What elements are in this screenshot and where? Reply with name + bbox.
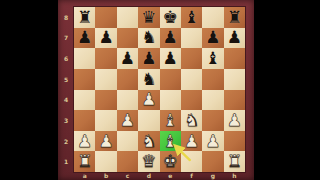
rank-label-3: 3 bbox=[58, 110, 74, 131]
white-bishop-e2[interactable]: ♝ bbox=[163, 132, 178, 149]
square-h8[interactable]: ♜ bbox=[224, 7, 245, 28]
square-f2[interactable]: ♟ bbox=[181, 131, 202, 152]
square-f7[interactable] bbox=[181, 28, 202, 49]
black-knight-d7[interactable]: ♞ bbox=[141, 29, 156, 46]
square-c6[interactable]: ♟ bbox=[117, 48, 138, 69]
file-label-a: a bbox=[74, 171, 95, 180]
square-h6[interactable] bbox=[224, 48, 245, 69]
file-label-d: d bbox=[138, 171, 159, 180]
square-a4[interactable] bbox=[74, 90, 95, 111]
square-g6[interactable]: ♝ bbox=[202, 48, 223, 69]
square-d6[interactable]: ♟ bbox=[138, 48, 159, 69]
file-label-f: f bbox=[181, 171, 202, 180]
black-queen-d8[interactable]: ♛ bbox=[141, 8, 156, 25]
chess-board: 87654321 abcdefgh ♜♛♚♝♜♟♟♞♟♟♟♟♟♟♝♞♟♟♝♞♟♟… bbox=[58, 0, 254, 180]
square-a7[interactable]: ♟ bbox=[74, 28, 95, 49]
white-knight-f3[interactable]: ♞ bbox=[184, 111, 199, 128]
black-pawn-d6[interactable]: ♟ bbox=[141, 50, 156, 67]
square-e2[interactable]: ♝ bbox=[160, 131, 181, 152]
square-b1[interactable] bbox=[95, 151, 116, 172]
square-g8[interactable] bbox=[202, 7, 223, 28]
square-g2[interactable]: ♟ bbox=[202, 131, 223, 152]
black-pawn-c6[interactable]: ♟ bbox=[120, 50, 135, 67]
square-c1[interactable] bbox=[117, 151, 138, 172]
file-label-c: c bbox=[117, 171, 138, 180]
square-c8[interactable] bbox=[117, 7, 138, 28]
square-d8[interactable]: ♛ bbox=[138, 7, 159, 28]
square-e8[interactable]: ♚ bbox=[160, 7, 181, 28]
black-pawn-e6[interactable]: ♟ bbox=[163, 50, 178, 67]
square-b8[interactable] bbox=[95, 7, 116, 28]
white-knight-d2[interactable]: ♞ bbox=[141, 132, 156, 149]
square-h1[interactable]: ♜ bbox=[224, 151, 245, 172]
square-a6[interactable] bbox=[74, 48, 95, 69]
square-c2[interactable] bbox=[117, 131, 138, 152]
white-pawn-h3[interactable]: ♟ bbox=[227, 111, 242, 128]
square-h5[interactable] bbox=[224, 69, 245, 90]
file-label-e: e bbox=[160, 171, 181, 180]
square-b3[interactable] bbox=[95, 110, 116, 131]
black-king-e8[interactable]: ♚ bbox=[163, 8, 178, 25]
square-b4[interactable] bbox=[95, 90, 116, 111]
white-pawn-f2[interactable]: ♟ bbox=[184, 132, 199, 149]
square-f3[interactable]: ♞ bbox=[181, 110, 202, 131]
square-d2[interactable]: ♞ bbox=[138, 131, 159, 152]
white-king-e1[interactable]: ♚ bbox=[163, 153, 178, 170]
white-pawn-g2[interactable]: ♟ bbox=[205, 132, 220, 149]
video-frame: 87654321 abcdefgh ♜♛♚♝♜♟♟♞♟♟♟♟♟♟♝♞♟♟♝♞♟♟… bbox=[0, 0, 320, 180]
square-g5[interactable] bbox=[202, 69, 223, 90]
square-f4[interactable] bbox=[181, 90, 202, 111]
square-e5[interactable] bbox=[160, 69, 181, 90]
black-rook-h8[interactable]: ♜ bbox=[227, 8, 242, 25]
square-h3[interactable]: ♟ bbox=[224, 110, 245, 131]
square-b2[interactable]: ♟ bbox=[95, 131, 116, 152]
white-bishop-e3[interactable]: ♝ bbox=[163, 111, 178, 128]
black-pawn-e7[interactable]: ♟ bbox=[163, 29, 178, 46]
square-g4[interactable] bbox=[202, 90, 223, 111]
square-d3[interactable] bbox=[138, 110, 159, 131]
file-label-g: g bbox=[202, 171, 223, 180]
square-a1[interactable]: ♜ bbox=[74, 151, 95, 172]
white-pawn-d4[interactable]: ♟ bbox=[141, 91, 156, 108]
square-a2[interactable]: ♟ bbox=[74, 131, 95, 152]
square-a8[interactable]: ♜ bbox=[74, 7, 95, 28]
square-c4[interactable] bbox=[117, 90, 138, 111]
square-d1[interactable]: ♛ bbox=[138, 151, 159, 172]
square-d7[interactable]: ♞ bbox=[138, 28, 159, 49]
white-queen-d1[interactable]: ♛ bbox=[141, 153, 156, 170]
square-f8[interactable]: ♝ bbox=[181, 7, 202, 28]
square-a3[interactable] bbox=[74, 110, 95, 131]
square-g7[interactable]: ♟ bbox=[202, 28, 223, 49]
square-e1[interactable]: ♚ bbox=[160, 151, 181, 172]
square-h4[interactable] bbox=[224, 90, 245, 111]
square-f1[interactable] bbox=[181, 151, 202, 172]
square-c7[interactable] bbox=[117, 28, 138, 49]
white-rook-a1[interactable]: ♜ bbox=[77, 153, 92, 170]
rank-label-7: 7 bbox=[58, 28, 74, 49]
square-f6[interactable] bbox=[181, 48, 202, 69]
file-label-h: h bbox=[224, 171, 245, 180]
square-h2[interactable] bbox=[224, 131, 245, 152]
square-d4[interactable]: ♟ bbox=[138, 90, 159, 111]
square-b5[interactable] bbox=[95, 69, 116, 90]
file-labels: abcdefgh bbox=[74, 171, 245, 180]
black-bishop-f8[interactable]: ♝ bbox=[184, 8, 199, 25]
square-e6[interactable]: ♟ bbox=[160, 48, 181, 69]
square-a5[interactable] bbox=[74, 69, 95, 90]
square-g1[interactable] bbox=[202, 151, 223, 172]
white-pawn-b2[interactable]: ♟ bbox=[98, 132, 113, 149]
square-d5[interactable]: ♞ bbox=[138, 69, 159, 90]
square-b6[interactable] bbox=[95, 48, 116, 69]
rank-label-4: 4 bbox=[58, 90, 74, 111]
rank-labels: 87654321 bbox=[58, 7, 74, 172]
white-rook-h1[interactable]: ♜ bbox=[227, 153, 242, 170]
square-c5[interactable] bbox=[117, 69, 138, 90]
rank-label-2: 2 bbox=[58, 131, 74, 152]
square-g3[interactable] bbox=[202, 110, 223, 131]
square-h7[interactable]: ♟ bbox=[224, 28, 245, 49]
square-e4[interactable] bbox=[160, 90, 181, 111]
rank-label-8: 8 bbox=[58, 7, 74, 28]
square-f5[interactable] bbox=[181, 69, 202, 90]
square-e3[interactable]: ♝ bbox=[160, 110, 181, 131]
black-rook-a8[interactable]: ♜ bbox=[77, 8, 92, 25]
square-e7[interactable]: ♟ bbox=[160, 28, 181, 49]
square-b7[interactable]: ♟ bbox=[95, 28, 116, 49]
rank-label-6: 6 bbox=[58, 48, 74, 69]
white-pawn-a2[interactable]: ♟ bbox=[77, 132, 92, 149]
black-pawn-a7[interactable]: ♟ bbox=[77, 29, 92, 46]
black-bishop-g6[interactable]: ♝ bbox=[205, 50, 220, 67]
white-pawn-c3[interactable]: ♟ bbox=[120, 111, 135, 128]
black-pawn-g7[interactable]: ♟ bbox=[205, 29, 220, 46]
black-pawn-b7[interactable]: ♟ bbox=[98, 29, 113, 46]
rank-label-1: 1 bbox=[58, 151, 74, 172]
board-squares: ♜♛♚♝♜♟♟♞♟♟♟♟♟♟♝♞♟♟♝♞♟♟♟♞♝♟♟♜♛♚♜ bbox=[74, 7, 245, 172]
black-knight-d5[interactable]: ♞ bbox=[141, 70, 156, 87]
file-label-b: b bbox=[95, 171, 116, 180]
black-pawn-h7[interactable]: ♟ bbox=[227, 29, 242, 46]
rank-label-5: 5 bbox=[58, 69, 74, 90]
square-c3[interactable]: ♟ bbox=[117, 110, 138, 131]
